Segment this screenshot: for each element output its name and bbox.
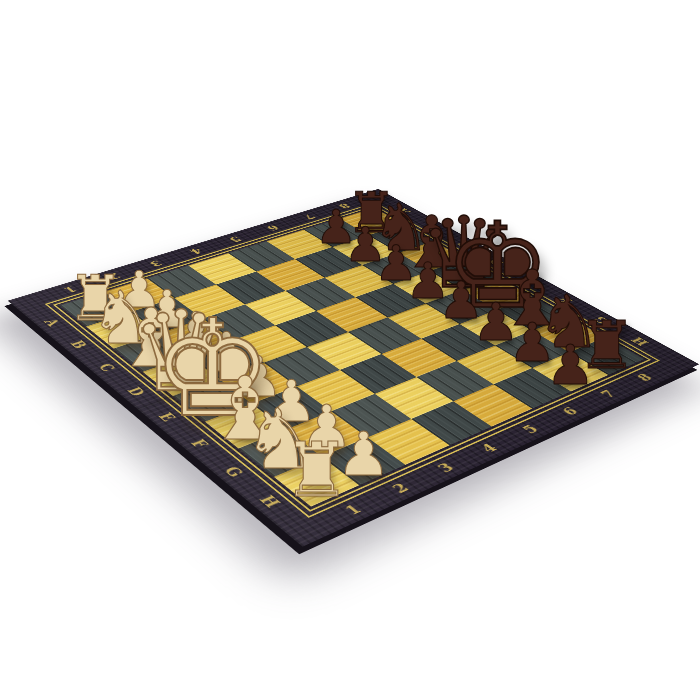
piece-black-pawn-h7[interactable]: ♟	[546, 338, 595, 393]
piece-white-rook-h1[interactable]: ♜	[283, 433, 351, 508]
product-photo: AABBCCDDEEFFGGHH1122334455667788 ♜♟♞♟♝♟♛…	[0, 0, 700, 700]
pieces-layer: ♜♟♞♟♝♟♛♟♚♟♟♜♝♟♟♞♞♟♟♝♜♟♟♛♟♚♟♝♟♞♟♜	[0, 0, 700, 700]
